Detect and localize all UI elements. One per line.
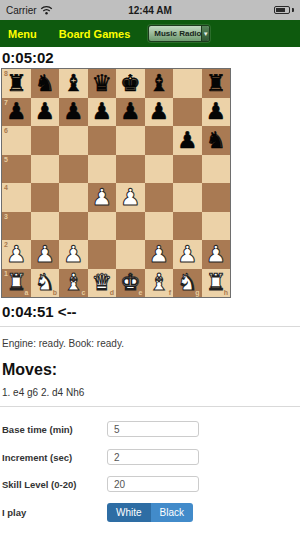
square-c1[interactable]: c♝ — [59, 269, 88, 298]
white-pawn: ♟ — [120, 186, 141, 209]
square-h6[interactable]: ♞ — [202, 126, 231, 155]
black-bishop: ♝ — [63, 72, 84, 95]
square-f1[interactable]: f♝ — [145, 269, 174, 298]
base-time-label: Base time (min) — [0, 424, 107, 435]
square-d6[interactable] — [88, 126, 117, 155]
file-label-f: f — [169, 289, 171, 296]
skill-level-input[interactable] — [107, 476, 199, 492]
black-clock: 0:05:02 — [0, 47, 300, 68]
square-d2[interactable] — [88, 240, 117, 269]
black-pawn: ♟ — [63, 100, 84, 123]
square-h1[interactable]: h♜ — [202, 269, 231, 298]
square-c3[interactable] — [59, 212, 88, 241]
white-pawn: ♟ — [177, 243, 198, 266]
square-f6[interactable] — [145, 126, 174, 155]
square-c5[interactable] — [59, 155, 88, 184]
white-pawn: ♟ — [205, 243, 226, 266]
i-play-label: I play — [0, 507, 107, 518]
engine-status: Engine: ready. Book: ready. — [2, 338, 300, 350]
white-pawn: ♟ — [148, 243, 169, 266]
rank-label-6: 6 — [4, 127, 8, 134]
square-g7[interactable] — [173, 98, 202, 127]
square-e6[interactable] — [116, 126, 145, 155]
side-select-group: White Black — [107, 503, 193, 522]
white-pawn: ♟ — [91, 186, 112, 209]
square-b4[interactable] — [31, 183, 60, 212]
square-c8[interactable]: ♝ — [59, 69, 88, 98]
square-c4[interactable] — [59, 183, 88, 212]
square-f5[interactable] — [145, 155, 174, 184]
square-g2[interactable]: ♟ — [173, 240, 202, 269]
square-e8[interactable]: ♚ — [116, 69, 145, 98]
black-pawn: ♟ — [177, 129, 198, 152]
white-clock: 0:04:51 <-- — [0, 298, 300, 323]
square-a8[interactable]: 8♜ — [2, 69, 31, 98]
black-queen: ♛ — [91, 72, 112, 95]
square-h7[interactable]: ♟ — [202, 98, 231, 127]
square-a5[interactable]: 5 — [2, 155, 31, 184]
moves-heading: Moves: — [2, 361, 300, 378]
music-radio-value: Music Radio — [149, 29, 201, 38]
white-bishop: ♝ — [63, 271, 84, 294]
square-a4[interactable]: 4 — [2, 183, 31, 212]
square-b8[interactable]: ♞ — [31, 69, 60, 98]
white-bishop: ♝ — [148, 271, 169, 294]
rank-label-3: 3 — [4, 213, 8, 220]
file-label-c: c — [82, 289, 86, 296]
square-a3[interactable]: 3 — [2, 212, 31, 241]
square-f8[interactable]: ♝ — [145, 69, 174, 98]
white-pawn: ♟ — [63, 243, 84, 266]
file-label-b: b — [53, 289, 57, 296]
square-e2[interactable] — [116, 240, 145, 269]
page-title: Board Games — [59, 28, 131, 40]
square-d8[interactable]: ♛ — [88, 69, 117, 98]
square-e3[interactable] — [116, 212, 145, 241]
music-radio-select[interactable]: Music Radio ▼ — [148, 25, 210, 42]
black-bishop: ♝ — [148, 72, 169, 95]
base-time-row: Base time (min) — [0, 421, 300, 437]
square-c6[interactable] — [59, 126, 88, 155]
rank-label-4: 4 — [4, 184, 8, 191]
status-bar: Carrier 12:44 AM — [0, 0, 300, 20]
square-e4[interactable]: ♟ — [116, 183, 145, 212]
square-g1[interactable]: g♞ — [173, 269, 202, 298]
square-b3[interactable] — [31, 212, 60, 241]
square-d1[interactable]: d♛ — [88, 269, 117, 298]
increment-label: Increment (sec) — [0, 452, 107, 463]
black-pawn: ♟ — [91, 100, 112, 123]
square-a6[interactable]: 6 — [2, 126, 31, 155]
skill-level-row: Skill Level (0-20) — [0, 476, 300, 492]
white-pawn: ♟ — [34, 243, 55, 266]
square-h5[interactable] — [202, 155, 231, 184]
square-f3[interactable] — [145, 212, 174, 241]
square-b6[interactable] — [31, 126, 60, 155]
square-d7[interactable]: ♟ — [88, 98, 117, 127]
square-g5[interactable] — [173, 155, 202, 184]
square-a2[interactable]: 2♟ — [2, 240, 31, 269]
skill-level-label: Skill Level (0-20) — [0, 479, 107, 490]
menu-button[interactable]: Menu — [8, 28, 37, 40]
rank-label-8: 8 — [4, 70, 8, 77]
rank-label-2: 2 — [4, 241, 8, 248]
file-label-d: d — [110, 289, 114, 296]
square-d4[interactable]: ♟ — [88, 183, 117, 212]
square-g6[interactable]: ♟ — [173, 126, 202, 155]
square-c7[interactable]: ♟ — [59, 98, 88, 127]
black-rook: ♜ — [6, 72, 27, 95]
square-b5[interactable] — [31, 155, 60, 184]
square-d3[interactable] — [88, 212, 117, 241]
square-h3[interactable] — [202, 212, 231, 241]
square-g8[interactable] — [173, 69, 202, 98]
square-h4[interactable] — [202, 183, 231, 212]
square-e1[interactable]: e♚ — [116, 269, 145, 298]
square-b1[interactable]: b♞ — [31, 269, 60, 298]
square-g3[interactable] — [173, 212, 202, 241]
play-white-button[interactable]: White — [107, 503, 151, 522]
square-a7[interactable]: 7♟ — [2, 98, 31, 127]
black-pawn: ♟ — [205, 100, 226, 123]
nav-bar: Menu Board Games Music Radio ▼ — [0, 20, 300, 47]
white-king: ♚ — [120, 271, 141, 294]
file-label-h: h — [224, 289, 228, 296]
white-pawn: ♟ — [6, 243, 27, 266]
base-time-input[interactable] — [107, 421, 199, 437]
black-pawn: ♟ — [34, 100, 55, 123]
square-b2[interactable]: ♟ — [31, 240, 60, 269]
app-screen: Carrier 12:44 AM Menu Board Games Music … — [0, 0, 300, 533]
square-e5[interactable] — [116, 155, 145, 184]
divider — [0, 406, 300, 407]
black-knight: ♞ — [205, 129, 226, 152]
black-rook: ♜ — [205, 72, 226, 95]
square-h8[interactable]: ♜ — [202, 69, 231, 98]
play-black-button[interactable]: Black — [151, 503, 193, 522]
square-f4[interactable] — [145, 183, 174, 212]
square-g4[interactable] — [173, 183, 202, 212]
moves-list: 1. e4 g6 2. d4 Nh6 — [2, 387, 300, 398]
rank-label-5: 5 — [4, 156, 8, 163]
square-e7[interactable]: ♟ — [116, 98, 145, 127]
divider — [0, 326, 300, 327]
i-play-row: I play White Black — [0, 503, 300, 522]
square-d5[interactable] — [88, 155, 117, 184]
file-label-e: e — [139, 289, 143, 296]
square-b7[interactable]: ♟ — [31, 98, 60, 127]
rank-label-7: 7 — [4, 99, 8, 106]
black-pawn: ♟ — [120, 100, 141, 123]
chess-board: 8♜♞♝♛♚♝♜7♟♟♟♟♟♟♟6♟♞54♟♟32♟♟♟♟♟♟1a♜b♞c♝d♛… — [1, 68, 231, 298]
black-pawn: ♟ — [6, 100, 27, 123]
rank-label-1: 1 — [4, 270, 8, 277]
dropdown-arrow-box: ▼ — [201, 26, 209, 41]
square-a1[interactable]: 1a♜ — [2, 269, 31, 298]
square-h2[interactable]: ♟ — [202, 240, 231, 269]
square-f7[interactable]: ♟ — [145, 98, 174, 127]
file-label-a: a — [25, 289, 29, 296]
square-f2[interactable]: ♟ — [145, 240, 174, 269]
chevron-down-icon: ▼ — [203, 31, 209, 37]
black-pawn: ♟ — [148, 100, 169, 123]
battery-icon — [274, 6, 290, 14]
increment-input[interactable] — [107, 449, 199, 465]
black-knight: ♞ — [34, 72, 55, 95]
status-time: 12:44 AM — [0, 5, 300, 16]
black-king: ♚ — [120, 72, 141, 95]
file-label-g: g — [195, 289, 199, 296]
white-rook: ♜ — [6, 271, 27, 294]
increment-row: Increment (sec) — [0, 449, 300, 465]
square-c2[interactable]: ♟ — [59, 240, 88, 269]
